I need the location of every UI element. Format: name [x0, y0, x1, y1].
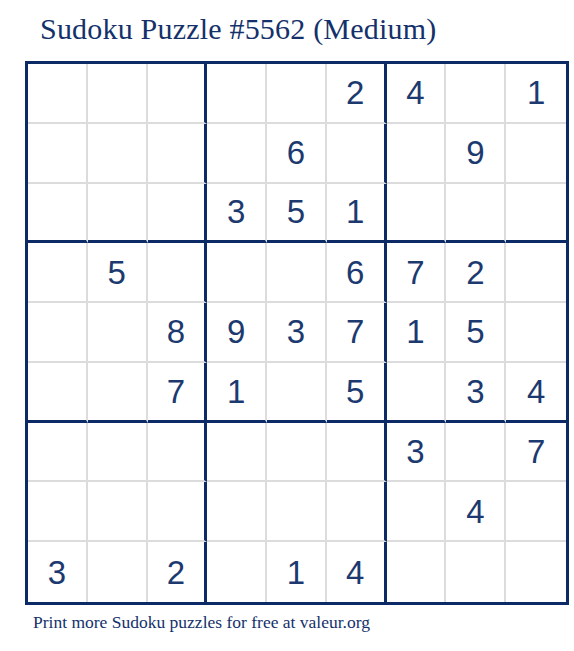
puzzle-title: Sudoku Puzzle #5562 (Medium): [40, 12, 436, 46]
cell-r2c6[interactable]: [327, 124, 387, 184]
cell-r8c7[interactable]: [387, 482, 447, 542]
cell-r4c7[interactable]: 7: [387, 243, 447, 303]
cell-r5c5[interactable]: 3: [267, 303, 327, 363]
cell-r2c9[interactable]: [506, 124, 566, 184]
cell-r1c4[interactable]: [207, 64, 267, 124]
cell-r7c5[interactable]: [267, 423, 327, 483]
cell-r2c8[interactable]: 9: [446, 124, 506, 184]
cell-r7c8[interactable]: [446, 423, 506, 483]
cell-r8c3[interactable]: [148, 482, 208, 542]
cell-r4c1[interactable]: [28, 243, 88, 303]
cell-r3c6[interactable]: 1: [327, 184, 387, 244]
cell-r5c7[interactable]: 1: [387, 303, 447, 363]
cell-r3c7[interactable]: [387, 184, 447, 244]
cell-r5c2[interactable]: [88, 303, 148, 363]
cell-r1c8[interactable]: [446, 64, 506, 124]
cell-r1c9[interactable]: 1: [506, 64, 566, 124]
cell-r7c6[interactable]: [327, 423, 387, 483]
cell-r7c4[interactable]: [207, 423, 267, 483]
cell-r8c4[interactable]: [207, 482, 267, 542]
cell-r2c5[interactable]: 6: [267, 124, 327, 184]
cell-r3c4[interactable]: 3: [207, 184, 267, 244]
cell-r2c1[interactable]: [28, 124, 88, 184]
sudoku-board: 241693515672893715715343743214: [25, 61, 569, 605]
cell-r4c2[interactable]: 5: [88, 243, 148, 303]
cell-r3c9[interactable]: [506, 184, 566, 244]
cell-r4c4[interactable]: [207, 243, 267, 303]
cell-r9c1[interactable]: 3: [28, 542, 88, 602]
cell-r3c8[interactable]: [446, 184, 506, 244]
cell-r9c5[interactable]: 1: [267, 542, 327, 602]
cell-r7c2[interactable]: [88, 423, 148, 483]
cell-r3c2[interactable]: [88, 184, 148, 244]
cell-r6c1[interactable]: [28, 363, 88, 423]
cell-r1c7[interactable]: 4: [387, 64, 447, 124]
cell-r6c3[interactable]: 7: [148, 363, 208, 423]
cell-r6c2[interactable]: [88, 363, 148, 423]
cell-r5c1[interactable]: [28, 303, 88, 363]
cell-r4c8[interactable]: 2: [446, 243, 506, 303]
cell-r3c1[interactable]: [28, 184, 88, 244]
cell-r8c2[interactable]: [88, 482, 148, 542]
cell-r9c2[interactable]: [88, 542, 148, 602]
cell-r8c8[interactable]: 4: [446, 482, 506, 542]
cell-r4c3[interactable]: [148, 243, 208, 303]
cell-r9c6[interactable]: 4: [327, 542, 387, 602]
cell-r4c9[interactable]: [506, 243, 566, 303]
cell-r3c3[interactable]: [148, 184, 208, 244]
cell-r7c7[interactable]: 3: [387, 423, 447, 483]
cell-r5c9[interactable]: [506, 303, 566, 363]
cell-r5c6[interactable]: 7: [327, 303, 387, 363]
cell-r8c1[interactable]: [28, 482, 88, 542]
cell-r6c6[interactable]: 5: [327, 363, 387, 423]
cell-r5c8[interactable]: 5: [446, 303, 506, 363]
cell-r2c7[interactable]: [387, 124, 447, 184]
cell-r8c5[interactable]: [267, 482, 327, 542]
cell-r9c8[interactable]: [446, 542, 506, 602]
cell-r6c8[interactable]: 3: [446, 363, 506, 423]
cell-r8c6[interactable]: [327, 482, 387, 542]
cell-r6c4[interactable]: 1: [207, 363, 267, 423]
cell-r2c2[interactable]: [88, 124, 148, 184]
cell-r1c2[interactable]: [88, 64, 148, 124]
footer-note: Print more Sudoku puzzles for free at va…: [33, 612, 370, 633]
cell-r1c5[interactable]: [267, 64, 327, 124]
cell-r9c9[interactable]: [506, 542, 566, 602]
cell-r8c9[interactable]: [506, 482, 566, 542]
cell-r6c9[interactable]: 4: [506, 363, 566, 423]
cell-r4c6[interactable]: 6: [327, 243, 387, 303]
cell-r1c3[interactable]: [148, 64, 208, 124]
cell-r7c1[interactable]: [28, 423, 88, 483]
cell-r6c7[interactable]: [387, 363, 447, 423]
cell-r7c9[interactable]: 7: [506, 423, 566, 483]
cell-r9c7[interactable]: [387, 542, 447, 602]
cell-r3c5[interactable]: 5: [267, 184, 327, 244]
cell-r5c3[interactable]: 8: [148, 303, 208, 363]
cell-r7c3[interactable]: [148, 423, 208, 483]
cell-r6c5[interactable]: [267, 363, 327, 423]
cell-r4c5[interactable]: [267, 243, 327, 303]
cell-r9c3[interactable]: 2: [148, 542, 208, 602]
cell-r1c6[interactable]: 2: [327, 64, 387, 124]
cell-r2c3[interactable]: [148, 124, 208, 184]
cell-r9c4[interactable]: [207, 542, 267, 602]
cell-r1c1[interactable]: [28, 64, 88, 124]
cell-r2c4[interactable]: [207, 124, 267, 184]
cell-r5c4[interactable]: 9: [207, 303, 267, 363]
